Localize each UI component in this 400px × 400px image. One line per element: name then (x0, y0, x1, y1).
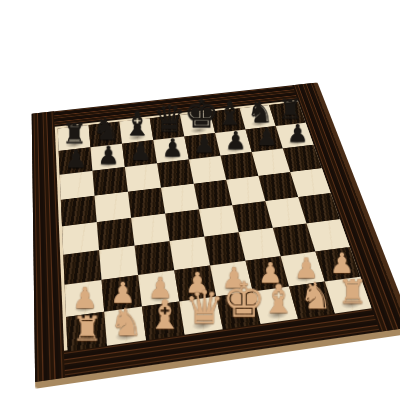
square-d1[interactable]: ♛ (179, 296, 223, 334)
chess-set-photo: ♜♞♝♛♚♝♞♜♟♟♟♟♟♟♟♟♟♟♟♟♟♟♟♟♜♞♝♛♚♝♞♜ (0, 0, 400, 400)
square-e4[interactable] (199, 205, 239, 236)
square-a7[interactable]: ♟ (59, 147, 93, 174)
piece-black-knight[interactable]: ♞ (90, 114, 121, 145)
piece-black-pawn[interactable]: ♟ (125, 139, 157, 164)
chess-board: ♜♞♝♛♚♝♞♜♟♟♟♟♟♟♟♟♟♟♟♟♟♟♟♟♜♞♝♛♚♝♞♜ (58, 102, 372, 352)
square-a4[interactable] (62, 222, 99, 255)
piece-black-bishop[interactable]: ♝ (122, 108, 153, 140)
square-c1[interactable]: ♝ (142, 301, 185, 340)
piece-white-king[interactable]: ♚ (222, 276, 260, 325)
square-b7[interactable]: ♟ (90, 144, 124, 171)
piece-black-bishop[interactable]: ♝ (215, 98, 246, 130)
piece-white-rook[interactable]: ♜ (68, 312, 107, 347)
square-e5[interactable] (194, 180, 233, 210)
piece-white-knight[interactable]: ♞ (107, 303, 146, 341)
piece-black-pawn[interactable]: ♟ (251, 125, 283, 149)
square-a1[interactable]: ♜ (66, 312, 107, 352)
square-f7[interactable]: ♟ (215, 130, 252, 156)
piece-black-queen[interactable]: ♛ (153, 100, 184, 137)
board-tilt: ♜♞♝♛♚♝♞♜♟♟♟♟♟♟♟♟♟♟♟♟♟♟♟♟♜♞♝♛♚♝♞♜ (32, 83, 400, 389)
piece-white-bishop[interactable]: ♝ (146, 296, 185, 336)
square-c5[interactable] (128, 188, 165, 218)
piece-black-pawn[interactable]: ♟ (282, 121, 314, 145)
piece-black-king[interactable]: ♚ (184, 94, 215, 133)
square-e7[interactable]: ♟ (184, 133, 220, 159)
square-d3[interactable] (170, 237, 211, 271)
square-d6[interactable] (157, 159, 194, 187)
square-a5[interactable] (61, 196, 97, 227)
square-d7[interactable]: ♟ (153, 137, 189, 164)
chessboard-scene: ♜♞♝♛♚♝♞♜♟♟♟♟♟♟♟♟♟♟♟♟♟♟♟♟♜♞♝♛♚♝♞♜ (0, 0, 400, 400)
piece-white-knight[interactable]: ♞ (297, 277, 335, 314)
square-b4[interactable] (97, 218, 135, 250)
square-d5[interactable] (161, 184, 199, 214)
piece-white-rook[interactable]: ♜ (334, 276, 372, 309)
square-f4[interactable] (232, 201, 273, 232)
piece-black-pawn[interactable]: ♟ (92, 143, 124, 168)
piece-black-pawn[interactable]: ♟ (60, 146, 93, 171)
square-b1[interactable]: ♞ (104, 307, 146, 346)
square-a6[interactable] (60, 171, 95, 200)
square-c7[interactable]: ♟ (122, 140, 157, 167)
piece-black-pawn[interactable]: ♟ (220, 128, 252, 152)
piece-white-queen[interactable]: ♛ (184, 285, 223, 330)
piece-black-pawn[interactable]: ♟ (188, 132, 220, 156)
piece-black-pawn[interactable]: ♟ (157, 135, 189, 160)
board-border: ♜♞♝♛♚♝♞♜♟♟♟♟♟♟♟♟♟♟♟♟♟♟♟♟♜♞♝♛♚♝♞♜ (32, 83, 400, 389)
